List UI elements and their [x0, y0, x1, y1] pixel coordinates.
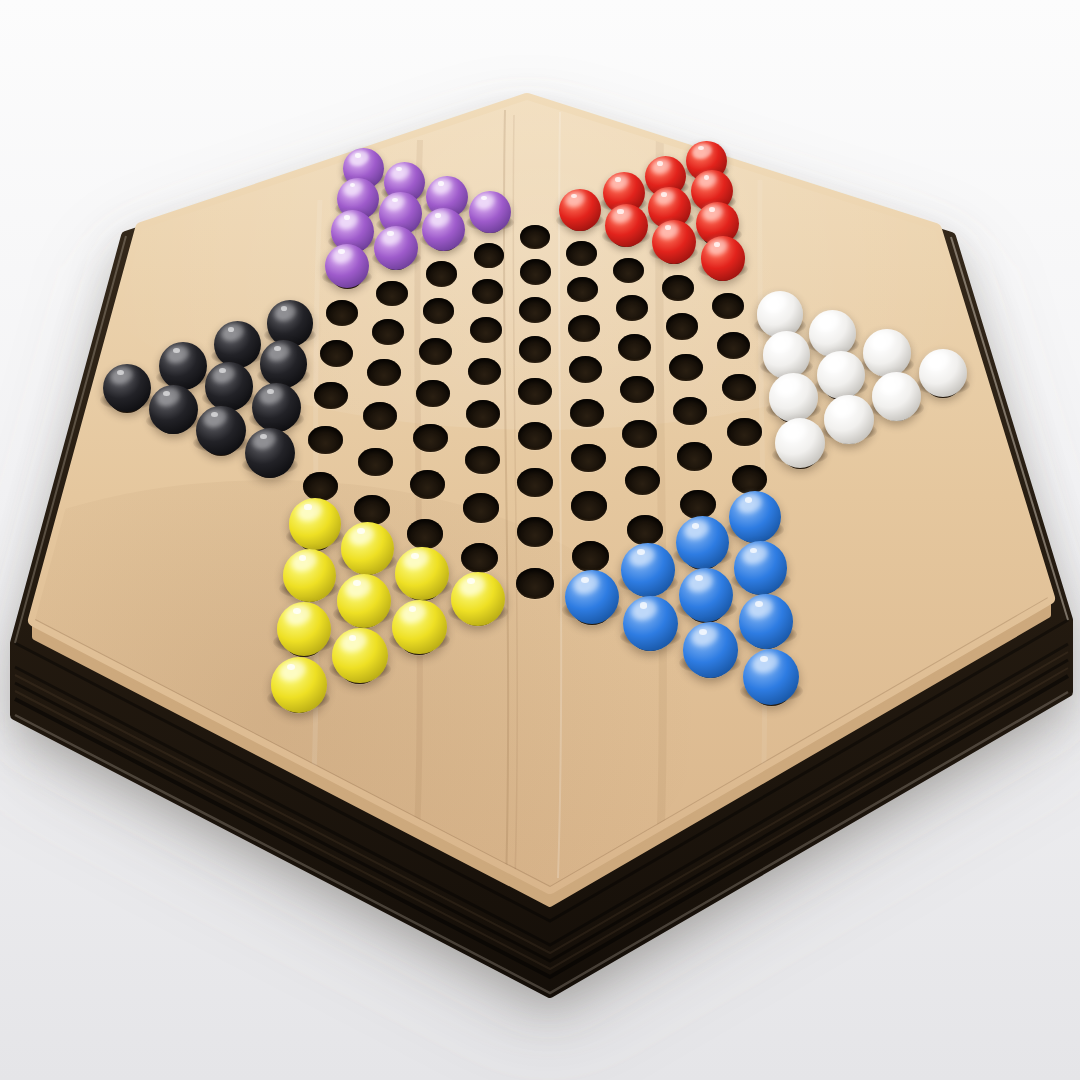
marble-blue[interactable]	[729, 491, 781, 543]
marble-yellow[interactable]	[451, 572, 505, 626]
marble-glare	[383, 193, 407, 214]
hole[interactable]	[677, 442, 712, 471]
marble-yellow[interactable]	[341, 522, 394, 575]
marble-glare	[735, 491, 765, 517]
marble-specular	[357, 528, 364, 534]
marble-glare	[822, 351, 849, 375]
hole[interactable]	[376, 281, 407, 307]
marble-specular	[228, 327, 235, 332]
marble-specular	[267, 389, 274, 394]
hole[interactable]	[518, 378, 552, 406]
marble-specular	[211, 412, 218, 417]
marble-yellow[interactable]	[392, 600, 447, 655]
marble-glare	[265, 341, 292, 364]
marble-yellow[interactable]	[289, 498, 341, 550]
marble-specular	[617, 209, 623, 214]
hole[interactable]	[571, 491, 607, 520]
marble-specular	[640, 602, 648, 608]
marble-glare	[744, 594, 775, 621]
marble-glare	[201, 406, 229, 430]
marble-specular	[692, 523, 699, 529]
marble-specular	[699, 629, 707, 635]
marble-black[interactable]	[214, 321, 261, 368]
hole[interactable]	[468, 358, 501, 385]
hole[interactable]	[423, 298, 455, 324]
marble-glare	[342, 574, 373, 601]
hole[interactable]	[519, 297, 551, 323]
marble-yellow[interactable]	[283, 549, 337, 603]
marble-glare	[219, 321, 246, 344]
hole[interactable]	[474, 243, 505, 268]
marble-glare	[627, 543, 657, 569]
marble-glare	[330, 244, 355, 266]
marble-white[interactable]	[872, 372, 921, 421]
marble-blue[interactable]	[739, 594, 794, 649]
marble-yellow[interactable]	[332, 628, 388, 684]
marble-specular	[823, 315, 830, 320]
board-cells	[0, 0, 1080, 1080]
marble-specular	[695, 575, 703, 581]
marble-red[interactable]	[652, 220, 696, 264]
hole[interactable]	[419, 338, 452, 365]
marble-specular	[344, 215, 350, 220]
marble-glare	[607, 172, 631, 193]
hole[interactable]	[567, 277, 598, 303]
marble-purple[interactable]	[422, 208, 465, 251]
marble-specular	[435, 213, 441, 218]
hole[interactable]	[470, 317, 502, 344]
marble-blue[interactable]	[623, 596, 678, 651]
marble-glare	[276, 657, 308, 685]
hole[interactable]	[413, 424, 448, 452]
marble-specular	[665, 225, 671, 230]
marble-specular	[304, 504, 311, 510]
marble-glare	[700, 202, 725, 223]
hole[interactable]	[320, 340, 353, 367]
marble-specular	[338, 249, 344, 254]
hole[interactable]	[571, 444, 606, 473]
marble-specular	[438, 181, 444, 186]
hole[interactable]	[569, 356, 602, 383]
marble-specular	[657, 161, 663, 166]
marble-purple[interactable]	[374, 226, 418, 270]
marble-glare	[347, 522, 377, 548]
hole[interactable]	[463, 493, 499, 522]
marble-glare	[653, 187, 677, 208]
marble-yellow[interactable]	[271, 657, 327, 713]
marble-glare	[649, 156, 672, 176]
marble-specular	[392, 198, 398, 203]
hole[interactable]	[722, 374, 756, 402]
hole[interactable]	[669, 354, 702, 381]
marble-specular	[396, 167, 402, 172]
hole[interactable]	[727, 418, 762, 446]
hole[interactable]	[566, 241, 597, 266]
hole[interactable]	[572, 541, 609, 571]
marble-glare	[379, 226, 404, 248]
marble-specular	[698, 146, 704, 150]
marble-glare	[272, 301, 298, 324]
marble-yellow[interactable]	[337, 574, 391, 628]
hole[interactable]	[358, 448, 393, 477]
hole[interactable]	[666, 313, 698, 340]
marble-specular	[714, 242, 720, 247]
marble-glare	[739, 541, 769, 567]
marble-glare	[685, 568, 716, 595]
marble-glare	[398, 600, 429, 627]
marble-white[interactable]	[763, 331, 811, 379]
marble-specular	[387, 231, 393, 236]
hole[interactable]	[712, 293, 744, 319]
marble-glare	[257, 383, 285, 407]
hole[interactable]	[363, 402, 397, 430]
hole[interactable]	[568, 315, 600, 342]
hole[interactable]	[620, 376, 654, 404]
marble-glare	[154, 385, 182, 409]
marble-glare	[780, 418, 809, 443]
hole[interactable]	[518, 422, 553, 450]
marble-white[interactable]	[824, 395, 874, 445]
marble-blue[interactable]	[676, 516, 729, 569]
marble-specular	[287, 664, 295, 670]
marble-white[interactable]	[757, 291, 804, 338]
marble-glare	[829, 395, 857, 419]
marble-glare	[691, 141, 714, 161]
hole[interactable]	[717, 332, 750, 359]
marble-glare	[210, 363, 237, 387]
hole[interactable]	[472, 279, 503, 305]
marble-specular	[293, 608, 301, 614]
marble-specular	[790, 424, 797, 430]
hole[interactable]	[367, 359, 400, 386]
marble-specular	[355, 153, 361, 157]
marble-glare	[681, 517, 711, 543]
marble-specular	[771, 297, 778, 302]
hole[interactable]	[616, 295, 648, 321]
marble-specular	[755, 601, 763, 607]
marble-specular	[704, 175, 710, 180]
marble-glare	[164, 343, 191, 366]
marble-specular	[353, 580, 361, 586]
marble-glare	[473, 191, 497, 212]
marble-glare	[108, 364, 135, 388]
marble-glare	[427, 208, 452, 229]
marble-black[interactable]	[252, 383, 301, 432]
marble-glare	[695, 170, 719, 191]
marble-blue[interactable]	[683, 622, 739, 678]
hole[interactable]	[466, 400, 500, 428]
hole[interactable]	[314, 382, 348, 410]
marble-glare	[335, 210, 360, 231]
hole[interactable]	[410, 470, 445, 499]
hole[interactable]	[326, 300, 358, 326]
marble-glare	[338, 628, 369, 655]
hole[interactable]	[618, 334, 651, 361]
marble-glare	[705, 236, 730, 258]
marble-glare	[282, 602, 313, 629]
marble-glare	[762, 291, 788, 314]
marble-glare	[814, 310, 841, 333]
hole[interactable]	[517, 517, 553, 547]
hole[interactable]	[416, 380, 450, 408]
marble-glare	[457, 572, 488, 599]
hole[interactable]	[680, 490, 716, 519]
hole[interactable]	[622, 420, 657, 448]
marble-yellow[interactable]	[395, 547, 449, 601]
marble-specular	[760, 656, 768, 662]
marble-specular	[299, 555, 307, 561]
hole[interactable]	[520, 225, 550, 250]
marble-black[interactable]	[245, 428, 295, 478]
marble-black[interactable]	[149, 385, 198, 434]
marble-black[interactable]	[267, 300, 314, 347]
chinese-checkers-scene	[0, 0, 1080, 1080]
hole[interactable]	[354, 495, 390, 524]
marble-glare	[250, 428, 279, 453]
marble-black[interactable]	[260, 340, 308, 388]
hole[interactable]	[516, 568, 553, 599]
marble-glare	[347, 148, 370, 168]
marble-specular	[637, 549, 645, 555]
marble-specular	[615, 177, 621, 182]
marble-glare	[609, 204, 634, 225]
hole[interactable]	[732, 465, 767, 494]
marble-glare	[656, 220, 681, 242]
hole[interactable]	[662, 275, 693, 301]
marble-specular	[274, 346, 281, 351]
marble-blue[interactable]	[734, 541, 788, 595]
hole[interactable]	[372, 319, 404, 346]
hole[interactable]	[426, 261, 457, 286]
hole[interactable]	[627, 515, 663, 545]
marble-black[interactable]	[205, 362, 253, 410]
marble-specular	[777, 337, 784, 342]
marble-glare	[924, 349, 951, 373]
hole[interactable]	[465, 446, 500, 475]
hole[interactable]	[519, 336, 552, 363]
marble-glare	[571, 570, 602, 597]
hole[interactable]	[520, 259, 551, 284]
marble-glare	[688, 623, 719, 650]
marble-glare	[288, 549, 318, 575]
marble-specular	[581, 577, 589, 583]
marble-glare	[401, 547, 431, 573]
marble-glare	[341, 178, 365, 199]
marble-specular	[411, 553, 419, 559]
marble-blue[interactable]	[621, 543, 675, 597]
marble-glare	[749, 649, 781, 677]
marble-black[interactable]	[159, 342, 207, 390]
marble-specular	[349, 635, 357, 641]
hole[interactable]	[673, 397, 707, 425]
hole[interactable]	[613, 258, 644, 283]
marble-specular	[260, 434, 267, 440]
marble-black[interactable]	[196, 406, 246, 456]
marble-glare	[868, 329, 895, 352]
marble-white[interactable]	[863, 329, 911, 377]
marble-glare	[430, 176, 454, 197]
hole[interactable]	[517, 468, 552, 497]
marble-specular	[661, 192, 667, 197]
marble-glare	[388, 162, 411, 182]
hole[interactable]	[407, 519, 443, 549]
marble-glare	[294, 498, 324, 524]
marble-specular	[709, 207, 715, 212]
marble-glare	[563, 189, 587, 210]
hole[interactable]	[625, 466, 660, 495]
marble-red[interactable]	[701, 236, 746, 281]
hole[interactable]	[303, 472, 338, 501]
marble-red[interactable]	[605, 204, 648, 247]
marble-glare	[768, 331, 795, 354]
marble-glare	[629, 596, 660, 623]
marble-glare	[774, 374, 802, 398]
marble-white[interactable]	[769, 373, 818, 422]
hole[interactable]	[570, 399, 604, 427]
marble-specular	[887, 377, 894, 382]
hole[interactable]	[461, 543, 498, 573]
marble-specular	[784, 379, 791, 384]
hole[interactable]	[308, 426, 343, 454]
marble-specular	[745, 497, 752, 503]
marble-specular	[839, 400, 846, 405]
